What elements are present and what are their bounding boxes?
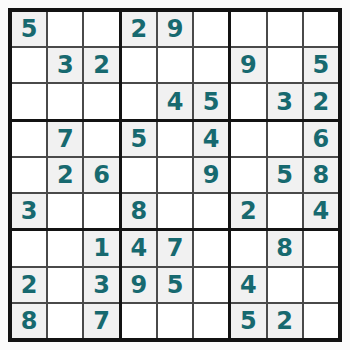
cell-r1c3[interactable] — [84, 12, 118, 46]
cell-r8c4: 9 — [122, 268, 156, 302]
cell-r5c4[interactable] — [122, 158, 156, 192]
cell-r9c5[interactable] — [158, 304, 192, 338]
cell-r4c1[interactable] — [12, 122, 46, 156]
cell-r7c3: 1 — [84, 231, 118, 265]
cell-r4c4: 5 — [122, 122, 156, 156]
cell-r7c1[interactable] — [12, 231, 46, 265]
cell-r5c1[interactable] — [12, 158, 46, 192]
cell-r2c2: 3 — [48, 48, 82, 82]
sudoku-box-8: 4795 — [122, 231, 229, 338]
cell-r6c8[interactable] — [268, 194, 302, 228]
cell-r5c9: 8 — [304, 158, 338, 192]
cell-r8c3: 3 — [84, 268, 118, 302]
cell-r7c5: 7 — [158, 231, 192, 265]
sudoku-box-4: 7263 — [12, 122, 119, 229]
cell-r6c9: 4 — [304, 194, 338, 228]
sudoku-board: 5322945953272635498658241238747958452 — [8, 8, 342, 342]
cell-r8c9[interactable] — [304, 268, 338, 302]
cell-r7c4: 4 — [122, 231, 156, 265]
cell-r5c3: 6 — [84, 158, 118, 192]
cell-r3c6: 5 — [194, 84, 228, 118]
cell-r5c6: 9 — [194, 158, 228, 192]
cell-r8c1: 2 — [12, 268, 46, 302]
sudoku-box-3: 9532 — [231, 12, 338, 119]
cell-r1c5: 9 — [158, 12, 192, 46]
cell-r9c6[interactable] — [194, 304, 228, 338]
cell-r3c2[interactable] — [48, 84, 82, 118]
cell-r2c7: 9 — [231, 48, 265, 82]
cell-r1c7[interactable] — [231, 12, 265, 46]
cell-r9c3: 7 — [84, 304, 118, 338]
cell-r1c4: 2 — [122, 12, 156, 46]
cell-r2c8[interactable] — [268, 48, 302, 82]
cell-r2c3: 2 — [84, 48, 118, 82]
cell-r9c2[interactable] — [48, 304, 82, 338]
cell-r8c6[interactable] — [194, 268, 228, 302]
cell-r2c5[interactable] — [158, 48, 192, 82]
cell-r9c9[interactable] — [304, 304, 338, 338]
cell-r3c7[interactable] — [231, 84, 265, 118]
cell-r3c1[interactable] — [12, 84, 46, 118]
cell-r8c2[interactable] — [48, 268, 82, 302]
sudoku-box-9: 8452 — [231, 231, 338, 338]
cell-r5c7[interactable] — [231, 158, 265, 192]
cell-r5c5[interactable] — [158, 158, 192, 192]
cell-r6c1: 3 — [12, 194, 46, 228]
cell-r9c8: 2 — [268, 304, 302, 338]
cell-r1c9[interactable] — [304, 12, 338, 46]
cell-r5c8: 5 — [268, 158, 302, 192]
cell-r4c6: 4 — [194, 122, 228, 156]
cell-r6c2[interactable] — [48, 194, 82, 228]
cell-r5c2: 2 — [48, 158, 82, 192]
sudoku-box-6: 65824 — [231, 122, 338, 229]
sudoku-box-2: 2945 — [122, 12, 229, 119]
cell-r2c9: 5 — [304, 48, 338, 82]
cell-r9c1: 8 — [12, 304, 46, 338]
cell-r2c6[interactable] — [194, 48, 228, 82]
cell-r6c4: 8 — [122, 194, 156, 228]
sudoku-box-5: 5498 — [122, 122, 229, 229]
cell-r4c7[interactable] — [231, 122, 265, 156]
cell-r9c7: 5 — [231, 304, 265, 338]
cell-r1c2[interactable] — [48, 12, 82, 46]
cell-r4c5[interactable] — [158, 122, 192, 156]
cell-r2c1[interactable] — [12, 48, 46, 82]
cell-r6c5[interactable] — [158, 194, 192, 228]
cell-r8c5: 5 — [158, 268, 192, 302]
cell-r3c3[interactable] — [84, 84, 118, 118]
cell-r7c8: 8 — [268, 231, 302, 265]
cell-r7c7[interactable] — [231, 231, 265, 265]
cell-r1c8[interactable] — [268, 12, 302, 46]
cell-r4c3[interactable] — [84, 122, 118, 156]
cell-r1c6[interactable] — [194, 12, 228, 46]
cell-r7c9[interactable] — [304, 231, 338, 265]
cell-r6c3[interactable] — [84, 194, 118, 228]
cell-r1c1: 5 — [12, 12, 46, 46]
cell-r7c6[interactable] — [194, 231, 228, 265]
cell-r7c2[interactable] — [48, 231, 82, 265]
cell-r3c9: 2 — [304, 84, 338, 118]
sudoku-box-7: 12387 — [12, 231, 119, 338]
cell-r4c2: 7 — [48, 122, 82, 156]
cell-r3c4[interactable] — [122, 84, 156, 118]
cell-r4c9: 6 — [304, 122, 338, 156]
cell-r9c4[interactable] — [122, 304, 156, 338]
cell-r2c4[interactable] — [122, 48, 156, 82]
cell-r8c8[interactable] — [268, 268, 302, 302]
sudoku-box-1: 532 — [12, 12, 119, 119]
cell-r8c7: 4 — [231, 268, 265, 302]
cell-r6c6[interactable] — [194, 194, 228, 228]
cell-r6c7: 2 — [231, 194, 265, 228]
cell-r3c8: 3 — [268, 84, 302, 118]
cell-r3c5: 4 — [158, 84, 192, 118]
cell-r4c8[interactable] — [268, 122, 302, 156]
